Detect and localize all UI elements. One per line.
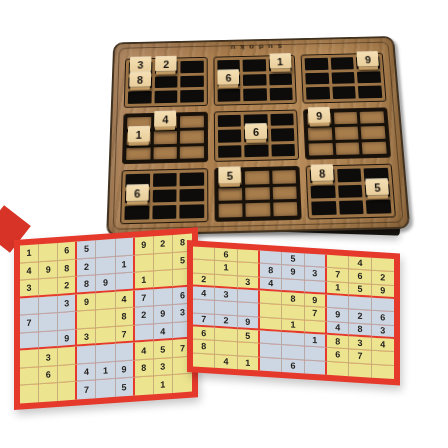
puzzle-cell <box>282 345 304 360</box>
puzzle-cell: 3 <box>238 276 260 291</box>
board-cell[interactable] <box>244 144 268 157</box>
board-cell[interactable] <box>243 59 266 71</box>
board-cell[interactable]: 5 <box>218 172 242 185</box>
puzzle-cell <box>305 347 327 362</box>
puzzle-cell: 9 <box>116 360 135 379</box>
puzzle-cell: 3 <box>77 328 96 347</box>
number-tile[interactable]: 8 <box>311 163 334 181</box>
board-block: 9 <box>301 53 387 104</box>
puzzle-cell: 7 <box>20 314 39 333</box>
puzzle-cell <box>260 291 282 306</box>
puzzle-cell <box>260 357 282 372</box>
board-cell[interactable] <box>271 128 295 141</box>
puzzle-cell: 4 <box>77 363 96 382</box>
board-cell[interactable] <box>334 112 358 125</box>
number-tile[interactable]: 9 <box>357 51 379 67</box>
board-cell[interactable] <box>305 58 328 70</box>
puzzle-cell: 9 <box>96 274 115 293</box>
number-tile[interactable]: 5 <box>365 178 389 196</box>
board-cell[interactable] <box>180 61 203 73</box>
board-cell[interactable] <box>153 147 177 160</box>
puzzle-cell <box>282 279 304 294</box>
puzzle-cell <box>305 253 327 268</box>
board-block: 328 <box>124 57 208 108</box>
left-page-grid: 1659284982153289139476782939374345764198… <box>20 234 192 404</box>
puzzle-cell: 3 <box>215 288 237 303</box>
puzzle-cell: 2 <box>193 273 215 288</box>
board-cell[interactable] <box>272 186 297 200</box>
booklet-left-page[interactable]: 1659284982153289139476782939374345764198… <box>14 227 198 410</box>
number-tile[interactable]: 6 <box>126 184 149 202</box>
puzzle-cell <box>20 367 39 386</box>
puzzle-cell <box>116 343 135 362</box>
board-cell[interactable] <box>269 73 292 85</box>
puzzle-cell: 2 <box>215 314 237 329</box>
board-cell[interactable] <box>306 87 330 100</box>
board-cell[interactable] <box>269 88 293 101</box>
board-cell[interactable] <box>337 169 362 182</box>
puzzle-cell: 9 <box>305 293 327 308</box>
number-tile[interactable]: 5 <box>219 166 242 184</box>
puzzle-cell: 7 <box>77 381 96 400</box>
puzzle-cell <box>193 353 215 368</box>
board-cell[interactable] <box>311 185 336 199</box>
puzzle-cell <box>193 300 215 315</box>
puzzle-cell <box>372 298 394 313</box>
puzzle-cell: 6 <box>349 270 371 285</box>
puzzle-cell: 5 <box>116 378 135 397</box>
board-cell[interactable]: 9 <box>307 112 331 125</box>
puzzle-cell: 2 <box>154 235 173 254</box>
puzzle-cell <box>39 331 58 350</box>
board-cell[interactable] <box>339 201 364 215</box>
puzzle-cell <box>238 289 260 304</box>
board-cell[interactable] <box>180 131 204 144</box>
board-cell[interactable] <box>152 205 177 219</box>
board-cell[interactable]: 6 <box>217 74 240 86</box>
puzzle-cell: 1 <box>238 356 260 371</box>
puzzle-cell: 9 <box>372 284 394 299</box>
puzzle-cell <box>215 301 237 316</box>
puzzle-cell: 6 <box>327 348 349 363</box>
board-cell[interactable] <box>308 127 332 140</box>
puzzle-cell: 7 <box>305 307 327 322</box>
board-cell[interactable] <box>218 188 242 202</box>
puzzle-cell: 9 <box>154 305 173 324</box>
puzzle-cell: 8 <box>193 340 215 355</box>
puzzle-cell: 5 <box>154 340 173 359</box>
puzzle-cell <box>260 317 282 332</box>
sudoku-board: sudoku 32816941696585 <box>110 34 402 230</box>
board-block: 6 <box>120 168 208 224</box>
puzzle-cell: 2 <box>372 271 394 286</box>
board-cell[interactable] <box>273 202 298 216</box>
puzzle-cell: 4 <box>327 321 349 336</box>
puzzle-cell <box>20 297 39 316</box>
board-cell[interactable] <box>180 75 203 87</box>
puzzle-cell <box>260 304 282 319</box>
puzzle-cell <box>327 361 349 376</box>
puzzle-cell: 1 <box>282 319 304 334</box>
board-cell[interactable] <box>180 146 204 159</box>
puzzle-cell: 3 <box>39 348 58 367</box>
number-tile[interactable]: 8 <box>129 71 151 88</box>
puzzle-cell: 6 <box>282 359 304 374</box>
puzzle-cell <box>372 258 394 273</box>
puzzle-cell: 6 <box>372 311 394 326</box>
puzzle-cell: 3 <box>154 358 173 377</box>
board-cell[interactable] <box>272 170 296 183</box>
board-cell[interactable] <box>358 86 382 98</box>
puzzle-cell: 4 <box>116 290 135 309</box>
puzzle-cell <box>260 344 282 359</box>
puzzle-cell <box>154 252 173 271</box>
puzzle-cell: 9 <box>39 260 58 279</box>
puzzle-cell <box>282 305 304 320</box>
board-cell[interactable] <box>154 90 177 103</box>
board-cell[interactable]: 1 <box>269 59 292 71</box>
puzzle-cell: 4 <box>372 338 394 353</box>
puzzle-cell <box>96 379 115 398</box>
puzzle-cell <box>193 246 215 261</box>
puzzle-cell <box>58 347 77 366</box>
puzzle-cell: 1 <box>215 261 237 276</box>
puzzle-cell <box>327 255 349 270</box>
puzzle-cell <box>154 288 173 307</box>
board-cell[interactable]: 8 <box>310 169 335 182</box>
puzzle-cell: 4 <box>154 323 173 342</box>
puzzle-cell: 8 <box>282 292 304 307</box>
board-cell[interactable] <box>306 72 330 84</box>
puzzle-cell <box>116 273 135 292</box>
board-cell[interactable]: 6 <box>244 129 268 142</box>
puzzle-cell <box>327 295 349 310</box>
puzzle-cell <box>193 260 215 275</box>
board-cell[interactable] <box>331 72 355 84</box>
board-cell[interactable] <box>332 86 356 98</box>
puzzle-cell <box>349 296 371 311</box>
puzzle-cell: 4 <box>20 262 39 281</box>
puzzle-cell <box>238 263 260 278</box>
board-block: 6 <box>213 109 299 162</box>
board-cell[interactable] <box>218 145 242 158</box>
board-cell[interactable] <box>243 88 266 101</box>
board-cell[interactable] <box>246 203 271 217</box>
puzzle-cell: 3 <box>349 336 371 351</box>
puzzle-cell: 6 <box>215 248 237 263</box>
puzzle-cell <box>20 332 39 351</box>
puzzle-cell: 4 <box>135 342 154 361</box>
puzzle-cell: 2 <box>135 306 154 325</box>
number-tile[interactable]: 9 <box>308 107 331 124</box>
puzzle-cell: 1 <box>20 244 39 263</box>
puzzle-cell: 3 <box>305 267 327 282</box>
board-cell[interactable]: 1 <box>127 132 151 145</box>
puzzle-cell: 8 <box>260 264 282 279</box>
puzzle-cell <box>20 350 39 369</box>
puzzle-cell: 3 <box>58 294 77 313</box>
board-cell[interactable] <box>217 89 240 102</box>
board-block: 5 <box>214 166 302 222</box>
board-block: 9 <box>303 107 391 160</box>
board-cell[interactable] <box>312 201 337 215</box>
puzzle-cell: 9 <box>58 329 77 348</box>
board-cell[interactable] <box>336 142 360 155</box>
puzzle-cell <box>58 312 77 331</box>
puzzle-cell: 6 <box>193 326 215 341</box>
board-cell[interactable] <box>218 204 243 218</box>
puzzle-cell: 5 <box>238 329 260 344</box>
board-block: 16 <box>213 55 297 106</box>
board-cell[interactable] <box>153 173 177 186</box>
number-tile[interactable]: 1 <box>127 126 149 143</box>
puzzle-cell: 9 <box>135 236 154 255</box>
puzzle-cell: 4 <box>260 277 282 292</box>
board-cell[interactable] <box>218 130 242 143</box>
board-cell[interactable] <box>335 127 359 140</box>
board-cell[interactable] <box>154 76 177 88</box>
board-grid: 32816941696585 <box>120 53 396 225</box>
puzzle-cell: 2 <box>58 277 77 296</box>
puzzle-cell: 2 <box>77 258 96 277</box>
puzzle-cell <box>96 344 115 363</box>
board-cell[interactable]: 9 <box>356 57 380 69</box>
board-cell[interactable] <box>271 144 295 157</box>
puzzle-cell: 9 <box>238 316 260 331</box>
puzzle-cell <box>96 256 115 275</box>
puzzle-cell <box>173 374 192 393</box>
puzzle-cell <box>96 239 115 258</box>
puzzle-cell: 6 <box>58 242 77 261</box>
board-cell[interactable] <box>357 71 381 83</box>
puzzle-cell <box>20 385 39 404</box>
number-tile[interactable]: 2 <box>155 56 177 72</box>
board-cell[interactable]: 4 <box>154 116 178 129</box>
puzzle-cell: 1 <box>154 375 173 394</box>
puzzle-cell: 7 <box>135 289 154 308</box>
board-cell[interactable]: 2 <box>155 61 178 73</box>
board-cell[interactable] <box>366 200 391 214</box>
puzzle-cell <box>39 313 58 332</box>
puzzle-cell: 9 <box>282 265 304 280</box>
puzzle-cell <box>215 328 237 343</box>
puzzle-cell <box>305 280 327 295</box>
puzzle-cell <box>135 324 154 343</box>
puzzle-cell: 8 <box>135 359 154 378</box>
puzzle-cell <box>305 320 327 335</box>
puzzle-cell: 6 <box>39 366 58 385</box>
puzzle-cell: 4 <box>349 256 371 271</box>
puzzle-cell: 4 <box>193 286 215 301</box>
puzzle-cell: 3 <box>372 324 394 339</box>
puzzle-cell: 4 <box>215 354 237 369</box>
puzzle-cell <box>372 351 394 366</box>
board-cell[interactable] <box>245 187 269 201</box>
number-tile[interactable]: 1 <box>269 53 291 69</box>
puzzle-cell <box>58 382 77 401</box>
puzzle-cell: 8 <box>116 308 135 327</box>
board-cell[interactable] <box>180 173 204 186</box>
puzzle-cell: 3 <box>20 279 39 298</box>
board-cell[interactable]: 5 <box>365 184 390 198</box>
board-cell[interactable] <box>124 206 149 220</box>
board-cell[interactable] <box>152 189 176 203</box>
puzzle-cell <box>238 249 260 264</box>
board-cell[interactable] <box>360 111 384 124</box>
puzzle-cell: 2 <box>349 310 371 325</box>
board-cell[interactable] <box>331 57 355 69</box>
puzzle-cell: 1 <box>116 255 135 274</box>
board-cell[interactable] <box>180 189 204 203</box>
puzzle-cell <box>135 377 154 396</box>
board-cell[interactable] <box>243 74 266 86</box>
board-cell[interactable] <box>180 90 203 103</box>
puzzle-cell: 7 <box>116 325 135 344</box>
board-cell[interactable] <box>126 147 150 160</box>
puzzle-cell <box>39 296 58 315</box>
puzzle-cell <box>260 331 282 346</box>
puzzle-cell <box>96 327 115 346</box>
puzzle-cell <box>238 343 260 358</box>
number-tile[interactable]: 6 <box>245 123 267 140</box>
puzzle-cell: 1 <box>135 271 154 290</box>
puzzle-cell: 8 <box>349 323 371 338</box>
number-tile[interactable]: 4 <box>154 110 176 127</box>
right-page-grid: 6541893762234159438979267291483651834867… <box>193 246 394 379</box>
puzzle-cell <box>77 346 96 365</box>
puzzle-cell: 5 <box>349 283 371 298</box>
puzzle-cell <box>96 309 115 328</box>
puzzle-cell: 1 <box>96 362 115 381</box>
board-surface: sudoku 32816941696585 <box>106 36 410 236</box>
puzzle-cell: 9 <box>77 293 96 312</box>
board-block: 85 <box>306 164 396 220</box>
board-cell[interactable]: 6 <box>125 190 150 204</box>
puzzle-cell <box>96 292 115 311</box>
number-tile[interactable]: 6 <box>218 69 240 85</box>
puzzle-cell <box>58 364 77 383</box>
puzzle-cell: 5 <box>77 240 96 259</box>
puzzle-cell <box>39 278 58 297</box>
puzzle-cell: 7 <box>327 268 349 283</box>
puzzle-cell <box>238 303 260 318</box>
puzzle-cell <box>349 363 371 378</box>
scene: sudoku 32816941696585 165928498215328913… <box>0 0 448 448</box>
board-cell[interactable] <box>128 91 152 104</box>
puzzle-cell <box>77 310 96 329</box>
board-cell[interactable] <box>361 126 385 139</box>
puzzle-cell <box>154 270 173 289</box>
puzzle-cell: 8 <box>327 335 349 350</box>
puzzle-cell: 8 <box>77 275 96 294</box>
puzzle-cell <box>215 274 237 289</box>
puzzle-cell: 8 <box>58 259 77 278</box>
puzzle-cell <box>135 254 154 273</box>
puzzle-cell <box>215 341 237 356</box>
board-cell[interactable] <box>245 171 269 184</box>
puzzle-cell: 5 <box>282 252 304 267</box>
puzzle-cell <box>305 360 327 375</box>
board-cell[interactable] <box>179 205 203 219</box>
board-cell[interactable] <box>153 131 177 144</box>
puzzle-cell <box>282 332 304 347</box>
puzzle-cell: 1 <box>305 333 327 348</box>
board-cell[interactable] <box>362 142 387 155</box>
puzzle-cell: 1 <box>327 281 349 296</box>
puzzle-cell: 7 <box>193 313 215 328</box>
board-cell[interactable] <box>180 115 204 128</box>
board-block: 41 <box>122 111 208 164</box>
puzzle-cell <box>39 383 58 402</box>
board-cell[interactable] <box>270 113 294 126</box>
puzzle-cell: 7 <box>349 350 371 365</box>
board-brand-text: sudoku <box>115 40 393 55</box>
board-cell[interactable] <box>338 185 363 199</box>
puzzle-cell <box>372 364 394 379</box>
puzzle-cell <box>116 238 135 257</box>
puzzle-cell <box>39 243 58 262</box>
booklet-right-page[interactable]: 6541893762234159438979267291483651834867… <box>187 240 400 385</box>
board-cell[interactable]: 8 <box>128 76 151 88</box>
board-cell[interactable] <box>309 143 333 156</box>
puzzle-cell <box>260 251 282 266</box>
board-cell[interactable] <box>217 114 241 127</box>
puzzle-cell: 9 <box>327 308 349 323</box>
